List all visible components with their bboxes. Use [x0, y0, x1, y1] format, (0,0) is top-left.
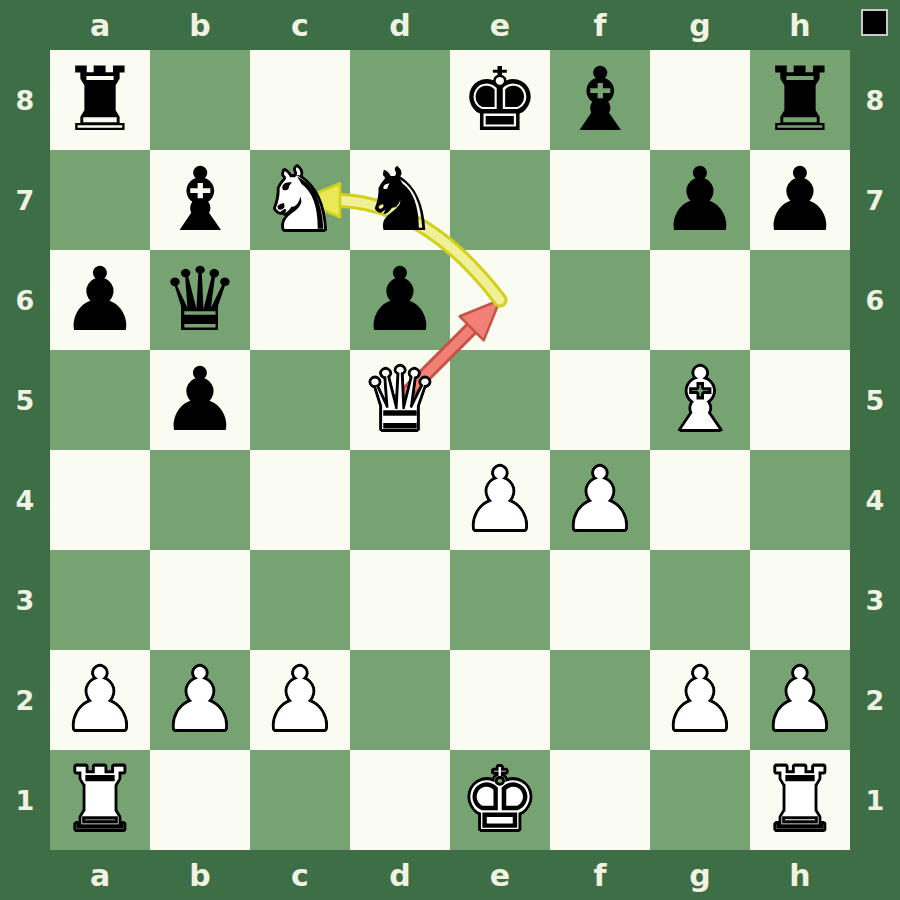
square-f6[interactable] — [550, 250, 650, 350]
square-h4[interactable] — [750, 450, 850, 550]
piece-white-pawn-g2[interactable]: ♟ — [650, 650, 750, 750]
file-label-top-a: a — [50, 1, 150, 49]
square-d2[interactable] — [350, 650, 450, 750]
square-e3[interactable] — [450, 550, 550, 650]
piece-black-rook-h8[interactable]: ♜ — [750, 50, 850, 150]
file-label-top-b: b — [150, 1, 250, 49]
rank-label-left-6: 6 — [1, 250, 49, 350]
piece-black-pawn-h7[interactable]: ♟ — [750, 150, 850, 250]
square-e2[interactable] — [450, 650, 550, 750]
piece-white-king-e1[interactable]: ♚ — [450, 750, 550, 850]
rank-label-right-4: 4 — [851, 450, 899, 550]
square-f2[interactable] — [550, 650, 650, 750]
piece-black-rook-a8[interactable]: ♜ — [50, 50, 150, 150]
file-label-top-e: e — [450, 1, 550, 49]
square-h6[interactable] — [750, 250, 850, 350]
rank-label-left-1: 1 — [1, 750, 49, 850]
square-f1[interactable] — [550, 750, 650, 850]
square-g8[interactable] — [650, 50, 750, 150]
piece-white-knight-c7[interactable]: ♞ — [250, 150, 350, 250]
square-e6[interactable] — [450, 250, 550, 350]
square-d8[interactable] — [350, 50, 450, 150]
piece-black-king-e8[interactable]: ♚ — [450, 50, 550, 150]
rank-label-right-2: 2 — [851, 650, 899, 750]
rank-label-left-2: 2 — [1, 650, 49, 750]
rank-label-left-4: 4 — [1, 450, 49, 550]
rank-label-left-3: 3 — [1, 550, 49, 650]
file-label-bottom-h: h — [750, 851, 850, 899]
chessboard-app: ♜♚♝♜♝♞♞♟♟♟♛♟♟♛♝♟♟♟♟♟♟♟♜♚♜ aabbccddeeffgg… — [0, 0, 900, 900]
piece-black-pawn-g7[interactable]: ♟ — [650, 150, 750, 250]
rank-label-right-8: 8 — [851, 50, 899, 150]
square-c1[interactable] — [250, 750, 350, 850]
square-a7[interactable] — [50, 150, 150, 250]
square-d3[interactable] — [350, 550, 450, 650]
square-f5[interactable] — [550, 350, 650, 450]
piece-white-pawn-e4[interactable]: ♟ — [450, 450, 550, 550]
piece-white-pawn-f4[interactable]: ♟ — [550, 450, 650, 550]
file-label-bottom-f: f — [550, 851, 650, 899]
file-label-top-f: f — [550, 1, 650, 49]
rank-label-left-5: 5 — [1, 350, 49, 450]
square-c5[interactable] — [250, 350, 350, 450]
square-e7[interactable] — [450, 150, 550, 250]
black-to-move-indicator — [861, 9, 888, 36]
piece-black-pawn-b5[interactable]: ♟ — [150, 350, 250, 450]
square-g3[interactable] — [650, 550, 750, 650]
square-h5[interactable] — [750, 350, 850, 450]
piece-white-rook-h1[interactable]: ♜ — [750, 750, 850, 850]
file-label-bottom-b: b — [150, 851, 250, 899]
square-g6[interactable] — [650, 250, 750, 350]
square-f7[interactable] — [550, 150, 650, 250]
file-label-top-g: g — [650, 1, 750, 49]
square-c3[interactable] — [250, 550, 350, 650]
file-label-bottom-e: e — [450, 851, 550, 899]
piece-black-queen-b6[interactable]: ♛ — [150, 250, 250, 350]
square-f3[interactable] — [550, 550, 650, 650]
file-label-bottom-a: a — [50, 851, 150, 899]
square-e5[interactable] — [450, 350, 550, 450]
square-b3[interactable] — [150, 550, 250, 650]
rank-label-left-8: 8 — [1, 50, 49, 150]
piece-black-pawn-a6[interactable]: ♟ — [50, 250, 150, 350]
piece-black-knight-d7[interactable]: ♞ — [350, 150, 450, 250]
rank-label-right-6: 6 — [851, 250, 899, 350]
piece-white-pawn-b2[interactable]: ♟ — [150, 650, 250, 750]
square-h3[interactable] — [750, 550, 850, 650]
piece-white-queen-d5[interactable]: ♛ — [350, 350, 450, 450]
square-c6[interactable] — [250, 250, 350, 350]
rank-label-right-7: 7 — [851, 150, 899, 250]
file-label-bottom-c: c — [250, 851, 350, 899]
square-a5[interactable] — [50, 350, 150, 450]
square-b4[interactable] — [150, 450, 250, 550]
square-d1[interactable] — [350, 750, 450, 850]
piece-white-bishop-g5[interactable]: ♝ — [650, 350, 750, 450]
rank-label-right-3: 3 — [851, 550, 899, 650]
piece-white-pawn-a2[interactable]: ♟ — [50, 650, 150, 750]
file-label-top-d: d — [350, 1, 450, 49]
rank-label-right-1: 1 — [851, 750, 899, 850]
square-a3[interactable] — [50, 550, 150, 650]
square-b1[interactable] — [150, 750, 250, 850]
square-g1[interactable] — [650, 750, 750, 850]
square-d4[interactable] — [350, 450, 450, 550]
rank-label-right-5: 5 — [851, 350, 899, 450]
file-label-top-c: c — [250, 1, 350, 49]
square-c8[interactable] — [250, 50, 350, 150]
square-c4[interactable] — [250, 450, 350, 550]
piece-black-pawn-d6[interactable]: ♟ — [350, 250, 450, 350]
file-label-bottom-d: d — [350, 851, 450, 899]
piece-black-bishop-f8[interactable]: ♝ — [550, 50, 650, 150]
square-g4[interactable] — [650, 450, 750, 550]
square-a4[interactable] — [50, 450, 150, 550]
piece-white-rook-a1[interactable]: ♜ — [50, 750, 150, 850]
file-label-bottom-g: g — [650, 851, 750, 899]
piece-black-bishop-b7[interactable]: ♝ — [150, 150, 250, 250]
file-label-top-h: h — [750, 1, 850, 49]
square-b8[interactable] — [150, 50, 250, 150]
piece-white-pawn-c2[interactable]: ♟ — [250, 650, 350, 750]
rank-label-left-7: 7 — [1, 150, 49, 250]
piece-white-pawn-h2[interactable]: ♟ — [750, 650, 850, 750]
